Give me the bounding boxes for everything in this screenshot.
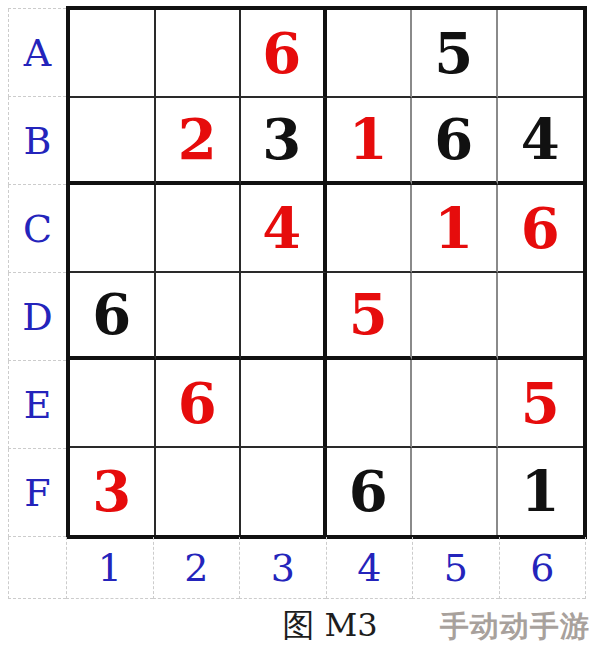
cell-B3: 3	[241, 98, 327, 186]
cell-A5: 5	[412, 10, 498, 98]
col-label-1: 1	[66, 537, 153, 599]
cell-C6: 6	[498, 185, 584, 273]
cell-A6	[498, 10, 584, 98]
cell-B5: 6	[412, 98, 498, 186]
cell-D4: 5	[327, 273, 413, 361]
cell-C5: 1	[412, 185, 498, 273]
col-label-5: 5	[412, 537, 499, 599]
cell-A2	[156, 10, 242, 98]
cell-C2	[156, 185, 242, 273]
cell-F6: 1	[498, 448, 584, 536]
cell-F2	[156, 448, 242, 536]
row-labels: ABCDEF	[8, 8, 66, 537]
corner-cell	[8, 537, 66, 599]
cell-A3: 6	[241, 10, 327, 98]
row-label-D: D	[8, 273, 66, 361]
row-label-E: E	[8, 361, 66, 449]
cell-F4: 6	[327, 448, 413, 536]
row-label-A: A	[8, 9, 66, 97]
row-label-F: F	[8, 449, 66, 537]
cell-E3	[241, 360, 327, 448]
cell-E6: 5	[498, 360, 584, 448]
col-label-3: 3	[239, 537, 326, 599]
row-label-C: C	[8, 185, 66, 273]
cell-E5	[412, 360, 498, 448]
cell-F1: 3	[70, 448, 156, 536]
cell-C3: 4	[241, 185, 327, 273]
cell-E1	[70, 360, 156, 448]
cell-E2: 6	[156, 360, 242, 448]
cell-B1	[70, 98, 156, 186]
col-label-4: 4	[326, 537, 413, 599]
row-label-B: B	[8, 97, 66, 185]
cell-C4	[327, 185, 413, 273]
cell-D2	[156, 273, 242, 361]
cell-A1	[70, 10, 156, 98]
cell-A4	[327, 10, 413, 98]
cell-E4	[327, 360, 413, 448]
cell-B2: 2	[156, 98, 242, 186]
cell-F3	[241, 448, 327, 536]
cell-F5	[412, 448, 498, 536]
col-labels: 123456	[8, 537, 586, 599]
cell-D3	[241, 273, 327, 361]
col-label-6: 6	[499, 537, 586, 599]
cell-C1	[70, 185, 156, 273]
cell-B4: 1	[327, 98, 413, 186]
cell-D6	[498, 273, 584, 361]
cell-B6: 4	[498, 98, 584, 186]
watermark: 手动动手游	[440, 607, 590, 647]
cell-D5	[412, 273, 498, 361]
sudoku-figure: ABCDEF 65231644166565361 123456 图 M3 手动动…	[0, 0, 594, 651]
col-label-2: 2	[153, 537, 240, 599]
cell-D1: 6	[70, 273, 156, 361]
sudoku-grid: 65231644166565361	[66, 6, 587, 539]
